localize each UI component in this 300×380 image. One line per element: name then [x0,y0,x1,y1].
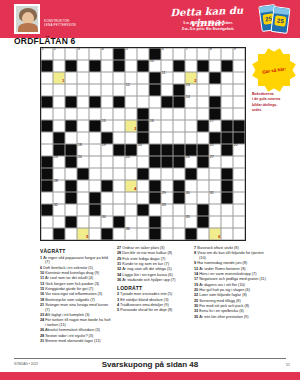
black-cell-r12c12 [173,180,185,192]
grid-cell-r3c7[interactable] [113,72,125,84]
grid-cell-r7c15[interactable]: 17 [209,120,221,132]
grid-cell-r14c7[interactable] [113,204,125,216]
grid-cell-r11c7[interactable] [113,168,125,180]
grid-cell-r5c16[interactable] [221,96,233,108]
clue-number: 18 [78,144,82,148]
grid-cell-r4c9[interactable] [137,84,149,96]
grid-cell-r6c1[interactable] [41,108,53,120]
clue-item: 22 Låter som följande fåglar (8) [194,293,266,298]
black-cell-r2c3 [65,60,77,72]
grid-cell-r16c1[interactable] [41,228,53,240]
crossword-grid[interactable]: 1234567891011121213141531617181920212223… [40,47,246,241]
grid-cell-r5c13[interactable]: 14 [185,96,197,108]
clue-number: 7 [186,48,188,52]
grid-cell-r7c12[interactable] [173,120,185,132]
grid-cell-r3c2[interactable]: 1 [53,72,65,84]
grid-cell-r9c5[interactable] [89,144,101,156]
grid-cell-r14c4[interactable] [77,204,89,216]
clue-item: 14 Hörs i en varm människokropp (7) [194,272,266,277]
grid-cell-r10c15[interactable]: 27 [209,156,221,168]
prize-letter-number: 5 [86,236,88,240]
grid-cell-r11c15[interactable] [209,168,221,180]
black-cell-r10c3 [65,156,77,168]
prize-runnerup: 2:a–5:e pris: En Sverigelott. [158,26,258,32]
clue-number: 13 [186,84,190,88]
grid-cell-r4c17[interactable] [233,84,245,96]
grid-cell-r9c6[interactable]: 19 [101,144,113,156]
grid-cell-r16c12[interactable] [173,228,185,240]
grid-cell-r2c2[interactable] [53,60,65,72]
grid-cell-r2c6[interactable] [101,60,113,72]
black-cell-r12c10 [149,180,161,192]
starburst-icon: Gör så här: [254,50,294,90]
grid-cell-r7c6[interactable]: 15 [101,120,113,132]
grid-cell-r4c14[interactable] [197,84,209,96]
grid-cell-r6c5[interactable] [89,108,101,120]
grid-cell-r13c4[interactable] [77,192,89,204]
constructor-credit: KONSTRUKTÖR: LENA PETTERSSON [44,19,76,27]
grid-cell-r2c11[interactable] [161,60,173,72]
black-cell-r13c10 [149,192,161,204]
grid-cell-r10c6[interactable] [101,156,113,168]
grid-cell-r5c2[interactable] [53,96,65,108]
black-cell-r15c7 [113,216,125,228]
grid-cell-r16c9[interactable] [137,228,149,240]
grid-cell-r15c13[interactable]: 35 [185,216,197,228]
grid-cell-r1c12[interactable] [173,48,185,60]
clue-number: 11 [162,72,166,76]
top-banner: KONSTRUKTÖR: LENA PETTERSSON Detta kan d… [0,0,300,38]
grid-cell-r13c13[interactable]: 30 [185,192,197,204]
grid-cell-r9c9[interactable]: 20 [137,144,149,156]
grid-cell-r1c14[interactable] [197,48,209,60]
grid-cell-r12c13[interactable] [185,180,197,192]
clue-item: 20 Har gul hatt på sig i slagen (6) [194,288,266,293]
grid-cell-r16c15[interactable]: 6 [209,228,221,240]
grid-cell-r3c9[interactable] [137,72,149,84]
grid-cell-r1c5[interactable] [89,48,101,60]
grid-cell-r16c4[interactable]: 5 [77,228,89,240]
grid-cell-r14c6[interactable] [101,204,113,216]
across-clue-list: 1 Är ingen vild papparazzi fångar på bil… [40,256,112,344]
black-cell-r16c10 [149,228,161,240]
clue-number: 8 [210,48,212,52]
clue-number: 16 [150,120,154,124]
grid-cell-r6c4[interactable] [77,108,89,120]
clue-item: 30 For med sitt pick och pack (8) [194,304,266,309]
clue-number: 32 [54,204,58,208]
grid-cell-r5c17[interactable] [233,96,245,108]
black-cell-r5c12 [173,96,185,108]
clue-item: 10 Konstnär med kvinnliga drag (9) [40,271,112,276]
black-cell-r12c16 [221,180,233,192]
clue-item: 23 Allt lägligt i ett komplett (3) [40,313,112,318]
black-cell-r13c12 [173,192,185,204]
black-cell-r7c3 [65,120,77,132]
grid-cell-r10c9[interactable] [137,156,149,168]
grid-cell-r8c3[interactable] [65,132,77,144]
grid-cell-r13c8[interactable] [125,192,137,204]
black-cell-r4c12 [173,84,185,96]
clue-number: 20 [138,144,142,148]
grid-cell-r5c8[interactable] [125,96,137,108]
grid-cell-r6c3[interactable] [65,108,77,120]
grid-cell-r4c3[interactable] [65,84,77,96]
clue-item: 36 Är städande och hjälper upp (7) [117,278,189,283]
grid-cell-r12c4[interactable] [77,180,89,192]
clue-item: 15 Kringgärdat gärde för get (7) [40,287,112,292]
grid-cell-r8c11[interactable] [161,132,173,144]
black-cell-r5c15 [209,96,221,108]
grid-cell-r11c14[interactable] [197,168,209,180]
clue-item: 28 Den blir vit när man kalkar (8) [117,251,189,256]
grid-cell-r6c2[interactable] [53,108,65,120]
grid-cell-r13c15[interactable]: 31 [209,192,221,204]
grid-cell-r12c14[interactable] [197,180,209,192]
grid-cell-r5c6[interactable] [101,96,113,108]
grid-cell-r1c8[interactable]: 5 [125,48,137,60]
grid-cell-r4c4[interactable] [77,84,89,96]
black-cell-r8c2 [53,132,65,144]
prize-details: 1:a pris: Två Sverigelotter. 2:a–5:e pri… [158,20,258,32]
grid-cell-r11c8[interactable] [125,168,137,180]
clue-item: 16 Var nära ögat vid inflammation (3) [40,292,112,297]
clue-number: 33 [162,204,166,208]
clue-number: 17 [210,120,214,124]
grid-cell-r2c17[interactable] [233,60,245,72]
down-clue-list: 2 Tjatade men envisades inte (5)3 Ett nö… [117,292,189,313]
grid-cell-r16c5[interactable] [89,228,101,240]
grid-cell-r5c4[interactable] [77,96,89,108]
grid-cell-r1c1[interactable]: 1 [41,48,53,60]
black-cell-r8c15 [209,132,221,144]
grid-cell-r3c12[interactable] [173,72,185,84]
black-cell-r9c3 [65,144,77,156]
black-cell-r9c14 [197,144,209,156]
clue-number: 25 [126,156,130,160]
grid-cell-r1c13[interactable]: 7 [185,48,197,60]
grid-cell-r10c16[interactable] [221,156,233,168]
clue-number: 9 [234,48,236,52]
clue-number: 31 [210,192,214,196]
grid-cell-r6c14[interactable] [197,108,209,120]
clue-item: 31 Brinner med skenande lågor (11) [40,339,112,344]
grid-cell-r1c6[interactable]: 4 [101,48,113,60]
black-cell-r12c3 [65,180,77,192]
grid-cell-r15c15[interactable] [209,216,221,228]
grid-cell-r3c6[interactable] [101,72,113,84]
clue-item: 6 Doft lönnfack i en sekretär (5) [40,266,112,271]
grid-cell-r13c9[interactable] [137,192,149,204]
black-cell-r6c9 [137,108,149,120]
grid-cell-r13c11[interactable]: 29 [161,192,173,204]
grid-cell-r8c12[interactable] [173,132,185,144]
grid-cell-r15c2[interactable] [53,216,65,228]
grid-cell-r16c8[interactable]: 36 [125,228,137,240]
grid-cell-r16c3[interactable] [65,228,77,240]
grid-cell-r11c5[interactable] [89,168,101,180]
grid-cell-r3c17[interactable] [233,72,245,84]
black-cell-r15c14 [197,216,209,228]
grid-cell-r14c11[interactable]: 33 [161,204,173,216]
grid-cell-r14c8[interactable] [125,204,137,216]
grid-cell-r7c10[interactable]: 16 [149,120,161,132]
grid-cell-r10c7[interactable] [113,156,125,168]
grid-cell-r2c4[interactable] [77,60,89,72]
clue-number: 12 [126,84,130,88]
grid-cell-r13c1[interactable] [41,192,53,204]
grid-cell-r3c13[interactable]: 2 [185,72,197,84]
grid-cell-r15c9[interactable] [137,216,149,228]
grid-cell-r2c15[interactable] [209,60,221,72]
grid-cell-r12c5[interactable] [89,180,101,192]
black-cell-r8c6 [101,132,113,144]
grid-cell-r15c12[interactable] [173,216,185,228]
grid-cell-r8c7[interactable] [113,132,125,144]
grid-cell-r11c11[interactable] [161,168,173,180]
black-cell-r9c7 [113,144,125,156]
black-cell-r9c12 [173,144,185,156]
grid-cell-r14c13[interactable] [185,204,197,216]
grid-cell-r16c11[interactable] [161,228,173,240]
clue-number: 1 [42,48,44,52]
grid-cell-r10c2[interactable]: 23 [53,156,65,168]
down-clue-list-cont: 7 Bussrock oftast utvikt (8)8 Visar om d… [194,246,266,319]
black-cell-r14c9 [137,204,149,216]
howto-line: ordet. [252,108,298,113]
clue-number: 2 [54,48,56,52]
clue-number: 24 [78,156,82,160]
grid-cell-r6c16[interactable] [221,108,233,120]
black-cell-r8c16 [221,132,233,144]
black-cell-r9c2 [53,144,65,156]
clue-item: 25 Servering med tillägg (8) [194,299,266,304]
grid-cell-r16c17[interactable] [233,228,245,240]
grid-cell-r15c1[interactable] [41,216,53,228]
grid-cell-r3c1[interactable] [41,72,53,84]
grid-cell-r1c9[interactable] [137,48,149,60]
grid-cell-r11c6[interactable] [101,168,113,180]
grid-cell-r12c15[interactable] [209,180,221,192]
grid-cell-r10c8[interactable]: 25 [125,156,137,168]
grid-cell-r1c4[interactable]: 3 [77,48,89,60]
grid-cell-r1c16[interactable] [221,48,233,60]
grid-cell-r9c4[interactable]: 18 [77,144,89,156]
grid-cell-r11c12[interactable] [173,168,185,180]
grid-cell-r5c10[interactable] [149,96,161,108]
lottery-tickets-image: 25 25 [258,2,294,36]
grid-cell-r12c8[interactable]: 4 [125,180,137,192]
grid-cell-r6c11[interactable] [161,108,173,120]
grid-cell-r15c17[interactable] [233,216,245,228]
grid-cell-r1c2[interactable]: 2 [53,48,65,60]
grid-cell-r3c3[interactable] [65,72,77,84]
grid-cell-r1c15[interactable]: 8 [209,48,221,60]
grid-cell-r8c4[interactable] [77,132,89,144]
black-cell-r10c11 [161,156,173,168]
grid-cell-r10c17[interactable] [233,156,245,168]
grid-cell-r8c13[interactable] [185,132,197,144]
grid-cell-r3c5[interactable] [89,72,101,84]
grid-cell-r4c5[interactable] [89,84,101,96]
grid-cell-r14c16[interactable] [221,204,233,216]
black-cell-r5c7 [113,96,125,108]
grid-cell-r14c2[interactable]: 32 [53,204,65,216]
black-cell-r9c10 [149,144,161,156]
clue-item: 7 Bussrock oftast utvikt (8) [194,246,266,251]
black-cell-r2c7 [113,60,125,72]
grid-cell-r4c16[interactable] [221,84,233,96]
grid-cell-r11c17[interactable] [233,168,245,180]
black-cell-r9c13 [185,144,197,156]
black-cell-r11c1 [41,168,53,180]
grid-cell-r12c7[interactable] [113,180,125,192]
grid-cell-r2c8[interactable] [125,60,137,72]
grid-cell-r2c10[interactable]: 10 [149,60,161,72]
black-cell-r2c16 [221,60,233,72]
grid-cell-r9c17[interactable]: 22 [233,144,245,156]
grid-cell-r4c8[interactable]: 12 [125,84,137,96]
grid-cell-r16c7[interactable] [113,228,125,240]
footer-divider [14,358,286,359]
howto-panel: Gör så här: Bokstävernai de gula rutorna… [250,48,298,134]
grid-cell-r1c17[interactable]: 9 [233,48,245,60]
grid-cell-r6c6[interactable] [101,108,113,120]
black-cell-r14c14 [197,204,209,216]
clue-item: 21 Svänger man sina lurviga med kurvor (… [40,303,112,312]
black-cell-r11c9 [137,168,149,180]
black-cell-r5c11 [161,96,173,108]
grid-cell-r4c1[interactable] [41,84,53,96]
grid-cell-r8c5[interactable] [89,132,101,144]
grid-cell-r7c8[interactable]: 3 [125,120,137,132]
grid-cell-r14c15[interactable] [209,204,221,216]
grid-cell-r7c4[interactable] [77,120,89,132]
clue-number: 35 [186,216,190,220]
grid-cell-r15c5[interactable] [89,216,101,228]
grid-cell-r1c3[interactable] [65,48,77,60]
black-cell-r10c12 [173,156,185,168]
grid-cell-r7c13[interactable] [185,120,197,132]
clue-item: 5 Passande skrud för en döpt (8) [117,308,189,313]
clue-item: 33 Extra liv i en spelbricka (6) [194,309,266,314]
black-cell-r9c11 [161,144,173,156]
clue-number: 10 [150,60,154,64]
black-cell-r16c6 [101,228,113,240]
grid-cell-r8c1[interactable] [41,132,53,144]
grid-cell-r8c14[interactable] [197,132,209,144]
black-cell-r7c16 [221,120,233,132]
grid-cell-r9c1[interactable] [41,144,53,156]
grid-cell-r16c14[interactable] [197,228,209,240]
grid-cell-r7c7[interactable] [113,120,125,132]
black-cell-r8c17 [233,132,245,144]
grid-cell-r7c2[interactable] [53,120,65,132]
grid-cell-r3c14[interactable] [197,72,209,84]
grid-cell-r15c4[interactable] [77,216,89,228]
grid-cell-r3c8[interactable] [125,72,137,84]
across-clue-list-cont: 27 Ordnar en säker plats (3)28 Den blir … [117,246,189,283]
grid-cell-r15c8[interactable] [125,216,137,228]
grid-cell-r4c7[interactable] [113,84,125,96]
grid-cell-r6c8[interactable] [125,108,137,120]
grid-cell-r6c13[interactable] [185,108,197,120]
black-cell-r16c2 [53,228,65,240]
grid-cell-r3c11[interactable]: 11 [161,72,173,84]
grid-cell-r12c9[interactable] [137,180,149,192]
grid-cell-r3c16[interactable] [221,72,233,84]
grid-cell-r14c10[interactable] [149,204,161,216]
clue-item: 26 Absolut hemmalåst tillsvidare (3) [40,328,112,333]
grid-cell-r8c10[interactable] [149,132,161,144]
clue-item: 9 Har namnsdag nionde juni (8) [194,261,266,266]
grid-cell-r4c13[interactable]: 13 [185,84,197,96]
grid-cell-r12c11[interactable] [161,180,173,192]
grid-cell-r12c17[interactable] [233,180,245,192]
clue-item: 17 Negativare och pedliga med gråten (11… [194,277,266,282]
grid-cell-r16c16[interactable] [221,228,233,240]
grid-cell-r6c10[interactable] [149,108,161,120]
grid-cell-r13c14[interactable] [197,192,209,204]
grid-cell-r15c11[interactable] [161,216,173,228]
grid-cell-r15c6[interactable]: 34 [101,216,113,228]
grid-cell-r10c4[interactable]: 24 [77,156,89,168]
clue-number: 23 [54,156,58,160]
grid-cell-r13c17[interactable] [233,192,245,204]
grid-cell-r4c15[interactable] [209,84,221,96]
grid-cell-r5c14[interactable] [197,96,209,108]
grid-cell-r13c2[interactable] [53,192,65,204]
grid-cell-r5c9[interactable] [137,96,149,108]
clue-item: 1 Är ingen vild papparazzi fångar på bil… [40,256,112,265]
grid-cell-r6c7[interactable] [113,108,125,120]
black-cell-r5c5 [89,96,101,108]
grid-cell-r11c10[interactable] [149,168,161,180]
grid-cell-r15c16[interactable] [221,216,233,228]
grid-cell-r14c3[interactable] [65,204,77,216]
grid-cell-r11c2[interactable] [53,168,65,180]
grid-cell-r8c8[interactable] [125,132,137,144]
grid-cell-r10c13[interactable]: 26 [185,156,197,168]
black-cell-r13c16 [221,192,233,204]
grid-cell-r6c17[interactable] [233,108,245,120]
grid-cell-r1c11[interactable]: 6 [161,48,173,60]
clue-column-1: VÅGRÄTT 1 Är ingen vild papparazzi fånga… [40,246,112,344]
clue-number: 36 [126,228,130,232]
grid-cell-r6c12[interactable] [173,108,185,120]
grid-cell-r11c3[interactable] [65,168,77,180]
howto-instructions: Bokstävernai de gula rutornabildar tävli… [252,92,298,114]
grid-cell-r13c7[interactable] [113,192,125,204]
grid-cell-r4c2[interactable] [53,84,65,96]
grid-cell-r7c11[interactable] [161,120,173,132]
grid-cell-r9c15[interactable]: 21 [209,144,221,156]
grid-cell-r3c4[interactable] [77,72,89,84]
grid-cell-r2c13[interactable] [185,60,197,72]
puzzle-title: ORDFLÄTAN 6 [14,36,76,46]
clue-item: 4 Trädkronans små detaljer (9) [117,303,189,308]
grid-cell-r4c11[interactable] [161,84,173,96]
black-cell-r2c12 [173,60,185,72]
grid-cell-r10c5[interactable] [89,156,101,168]
grid-cell-r14c17[interactable] [233,204,245,216]
grid-cell-r4c6[interactable] [101,84,113,96]
clue-number: 27 [210,156,214,160]
grid-cell-r14c12[interactable] [173,204,185,216]
grid-cell-r13c6[interactable] [101,192,113,204]
black-cell-r1c10 [149,48,161,60]
grid-cell-r12c2[interactable]: 28 [53,180,65,192]
